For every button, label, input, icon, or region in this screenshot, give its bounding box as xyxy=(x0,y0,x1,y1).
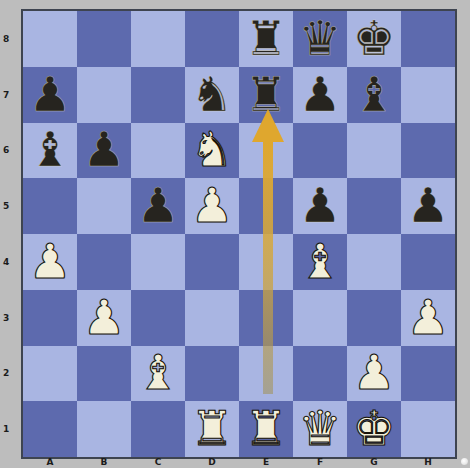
square-e2[interactable] xyxy=(239,346,293,402)
square-a5[interactable] xyxy=(23,178,77,234)
square-g6[interactable] xyxy=(347,123,401,179)
file-label-c: C xyxy=(131,456,185,468)
square-d5[interactable]: ♟ xyxy=(185,178,239,234)
square-g5[interactable] xyxy=(347,178,401,234)
file-label-f: F xyxy=(293,456,347,468)
square-f8[interactable]: ♛ xyxy=(293,11,347,67)
rank-label-8: 8 xyxy=(0,11,18,67)
square-g1[interactable]: ♚ xyxy=(347,401,401,457)
file-labels: ABCDEFGH xyxy=(23,456,455,468)
square-a8[interactable] xyxy=(23,11,77,67)
piece-white-rook-d1[interactable]: ♜ xyxy=(190,404,233,452)
corner-dot xyxy=(461,458,468,465)
square-d7[interactable]: ♞ xyxy=(185,67,239,123)
square-h4[interactable] xyxy=(401,234,455,290)
square-d6[interactable]: ♞ xyxy=(185,123,239,179)
square-a6[interactable]: ♝ xyxy=(23,123,77,179)
piece-black-bishop-g7[interactable]: ♝ xyxy=(352,70,395,118)
square-d4[interactable] xyxy=(185,234,239,290)
piece-white-pawn-g2[interactable]: ♟ xyxy=(352,348,395,396)
rank-label-4: 4 xyxy=(0,234,18,290)
square-f4[interactable]: ♝ xyxy=(293,234,347,290)
rank-label-7: 7 xyxy=(0,67,18,123)
square-e1[interactable]: ♜ xyxy=(239,401,293,457)
piece-white-pawn-d5[interactable]: ♟ xyxy=(190,181,233,229)
chess-board: ♜♛♚♟♞♜♟♝♝♟♞♟♟♟♟♟♝♟♟♝♟♜♜♛♚ xyxy=(21,9,457,459)
square-a3[interactable] xyxy=(23,290,77,346)
piece-black-pawn-a7[interactable]: ♟ xyxy=(28,70,71,118)
square-c8[interactable] xyxy=(131,11,185,67)
piece-white-king-g1[interactable]: ♚ xyxy=(352,404,395,452)
square-c7[interactable] xyxy=(131,67,185,123)
rank-label-1: 1 xyxy=(0,401,18,457)
square-b6[interactable]: ♟ xyxy=(77,123,131,179)
piece-black-pawn-f7[interactable]: ♟ xyxy=(298,70,341,118)
square-c4[interactable] xyxy=(131,234,185,290)
square-b8[interactable] xyxy=(77,11,131,67)
square-e7[interactable]: ♜ xyxy=(239,67,293,123)
square-e6[interactable] xyxy=(239,123,293,179)
square-g8[interactable]: ♚ xyxy=(347,11,401,67)
piece-white-bishop-f4[interactable]: ♝ xyxy=(298,237,341,285)
square-h8[interactable] xyxy=(401,11,455,67)
square-h3[interactable]: ♟ xyxy=(401,290,455,346)
square-h6[interactable] xyxy=(401,123,455,179)
square-f5[interactable]: ♟ xyxy=(293,178,347,234)
square-c5[interactable]: ♟ xyxy=(131,178,185,234)
square-g7[interactable]: ♝ xyxy=(347,67,401,123)
rank-label-6: 6 xyxy=(0,123,18,179)
piece-white-pawn-a4[interactable]: ♟ xyxy=(28,237,71,285)
square-f7[interactable]: ♟ xyxy=(293,67,347,123)
square-h1[interactable] xyxy=(401,401,455,457)
piece-black-pawn-h5[interactable]: ♟ xyxy=(406,181,449,229)
square-e3[interactable] xyxy=(239,290,293,346)
file-label-b: B xyxy=(77,456,131,468)
piece-black-pawn-c5[interactable]: ♟ xyxy=(136,181,179,229)
piece-black-rook-e7[interactable]: ♜ xyxy=(244,70,287,118)
square-g2[interactable]: ♟ xyxy=(347,346,401,402)
square-f1[interactable]: ♛ xyxy=(293,401,347,457)
piece-white-knight-d6[interactable]: ♞ xyxy=(190,125,233,173)
file-label-g: G xyxy=(347,456,401,468)
square-c1[interactable] xyxy=(131,401,185,457)
square-g3[interactable] xyxy=(347,290,401,346)
square-b4[interactable] xyxy=(77,234,131,290)
board-squares: ♜♛♚♟♞♜♟♝♝♟♞♟♟♟♟♟♝♟♟♝♟♜♜♛♚ xyxy=(23,11,455,457)
square-a2[interactable] xyxy=(23,346,77,402)
square-d3[interactable] xyxy=(185,290,239,346)
square-a1[interactable] xyxy=(23,401,77,457)
rank-label-3: 3 xyxy=(0,290,18,346)
piece-white-rook-e1[interactable]: ♜ xyxy=(244,404,287,452)
square-a4[interactable]: ♟ xyxy=(23,234,77,290)
piece-white-pawn-h3[interactable]: ♟ xyxy=(406,293,449,341)
piece-black-bishop-a6[interactable]: ♝ xyxy=(28,125,71,173)
square-d1[interactable]: ♜ xyxy=(185,401,239,457)
file-label-h: H xyxy=(401,456,455,468)
square-h2[interactable] xyxy=(401,346,455,402)
piece-black-pawn-f5[interactable]: ♟ xyxy=(298,181,341,229)
square-f6[interactable] xyxy=(293,123,347,179)
rank-label-2: 2 xyxy=(0,346,18,402)
square-c3[interactable] xyxy=(131,290,185,346)
square-h5[interactable]: ♟ xyxy=(401,178,455,234)
piece-white-queen-f1[interactable]: ♛ xyxy=(298,404,341,452)
square-b5[interactable] xyxy=(77,178,131,234)
square-b3[interactable]: ♟ xyxy=(77,290,131,346)
square-b2[interactable] xyxy=(77,346,131,402)
square-b1[interactable] xyxy=(77,401,131,457)
piece-white-bishop-c2[interactable]: ♝ xyxy=(136,348,179,396)
square-g4[interactable] xyxy=(347,234,401,290)
file-label-a: A xyxy=(23,456,77,468)
square-d8[interactable] xyxy=(185,11,239,67)
piece-white-pawn-b3[interactable]: ♟ xyxy=(82,293,125,341)
piece-black-pawn-b6[interactable]: ♟ xyxy=(82,125,125,173)
piece-black-queen-f8[interactable]: ♛ xyxy=(298,14,341,62)
square-e5[interactable] xyxy=(239,178,293,234)
file-label-e: E xyxy=(239,456,293,468)
square-e8[interactable]: ♜ xyxy=(239,11,293,67)
piece-black-king-g8[interactable]: ♚ xyxy=(352,14,395,62)
rank-labels: 87654321 xyxy=(0,11,18,457)
square-f3[interactable] xyxy=(293,290,347,346)
rank-label-5: 5 xyxy=(0,178,18,234)
square-e4[interactable] xyxy=(239,234,293,290)
square-c2[interactable]: ♝ xyxy=(131,346,185,402)
square-c6[interactable] xyxy=(131,123,185,179)
file-label-d: D xyxy=(185,456,239,468)
piece-black-knight-d7[interactable]: ♞ xyxy=(190,70,233,118)
piece-black-rook-e8[interactable]: ♜ xyxy=(244,14,287,62)
square-a7[interactable]: ♟ xyxy=(23,67,77,123)
square-d2[interactable] xyxy=(185,346,239,402)
square-f2[interactable] xyxy=(293,346,347,402)
square-b7[interactable] xyxy=(77,67,131,123)
square-h7[interactable] xyxy=(401,67,455,123)
